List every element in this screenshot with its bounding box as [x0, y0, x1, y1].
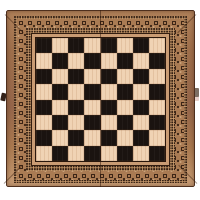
square-d2[interactable]	[84, 130, 100, 145]
square-f5[interactable]	[117, 84, 133, 99]
square-g4[interactable]	[133, 100, 149, 115]
square-a6[interactable]	[36, 69, 52, 84]
square-d3[interactable]	[84, 115, 100, 130]
square-e8[interactable]	[101, 38, 117, 53]
square-a7[interactable]	[36, 53, 52, 68]
square-e1[interactable]	[101, 146, 117, 161]
square-d6[interactable]	[84, 69, 100, 84]
square-e6[interactable]	[101, 69, 117, 84]
square-a4[interactable]	[36, 100, 52, 115]
square-c6[interactable]	[68, 69, 84, 84]
square-c1[interactable]	[68, 146, 84, 161]
square-d8[interactable]	[84, 38, 100, 53]
square-c5[interactable]	[68, 84, 84, 99]
square-f8[interactable]	[117, 38, 133, 53]
square-b7[interactable]	[52, 53, 68, 68]
square-e5[interactable]	[101, 84, 117, 99]
square-e2[interactable]	[101, 130, 117, 145]
square-h5[interactable]	[149, 84, 165, 99]
square-a5[interactable]	[36, 84, 52, 99]
square-c3[interactable]	[68, 115, 84, 130]
square-e3[interactable]	[101, 115, 117, 130]
square-d4[interactable]	[84, 100, 100, 115]
square-h2[interactable]	[149, 130, 165, 145]
square-e7[interactable]	[101, 53, 117, 68]
square-d1[interactable]	[84, 146, 100, 161]
square-f4[interactable]	[117, 100, 133, 115]
square-b2[interactable]	[52, 130, 68, 145]
square-a2[interactable]	[36, 130, 52, 145]
square-h3[interactable]	[149, 115, 165, 130]
square-f6[interactable]	[117, 69, 133, 84]
square-a3[interactable]	[36, 115, 52, 130]
square-a8[interactable]	[36, 38, 52, 53]
square-e4[interactable]	[101, 100, 117, 115]
square-c4[interactable]	[68, 100, 84, 115]
square-c2[interactable]	[68, 130, 84, 145]
square-g7[interactable]	[133, 53, 149, 68]
square-g1[interactable]	[133, 146, 149, 161]
square-b3[interactable]	[52, 115, 68, 130]
square-b8[interactable]	[52, 38, 68, 53]
square-f1[interactable]	[117, 146, 133, 161]
square-h6[interactable]	[149, 69, 165, 84]
square-d7[interactable]	[84, 53, 100, 68]
square-c7[interactable]	[68, 53, 84, 68]
square-d5[interactable]	[84, 84, 100, 99]
square-g3[interactable]	[133, 115, 149, 130]
square-f3[interactable]	[117, 115, 133, 130]
square-b5[interactable]	[52, 84, 68, 99]
square-h8[interactable]	[149, 38, 165, 53]
square-f2[interactable]	[117, 130, 133, 145]
square-h4[interactable]	[149, 100, 165, 115]
square-g2[interactable]	[133, 130, 149, 145]
square-g5[interactable]	[133, 84, 149, 99]
square-b4[interactable]	[52, 100, 68, 115]
square-g8[interactable]	[133, 38, 149, 53]
square-h1[interactable]	[149, 146, 165, 161]
square-h7[interactable]	[149, 53, 165, 68]
fold-seam	[100, 10, 101, 187]
square-g6[interactable]	[133, 69, 149, 84]
square-f7[interactable]	[117, 53, 133, 68]
square-a1[interactable]	[36, 146, 52, 161]
square-b6[interactable]	[52, 69, 68, 84]
square-c8[interactable]	[68, 38, 84, 53]
square-b1[interactable]	[52, 146, 68, 161]
board-photo	[0, 0, 200, 200]
